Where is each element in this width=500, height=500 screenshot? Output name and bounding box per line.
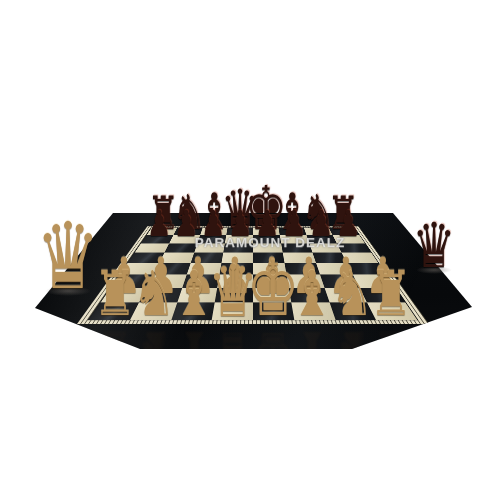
chess-set-product-photo: ♜♞♝♛♚♝♞♜ ♜♞♝♛♚♝♞♜♟♟♟♟♟♟♟♟♟♟♟♟♟♟♟♟♜♞♝♛♚♝♞… — [0, 0, 500, 500]
piece-black-pawn-a7: ♟ — [146, 206, 171, 242]
piece-white-rook-a1: ♜ — [93, 263, 136, 325]
piece-black-queen-spare-right: ♛ — [412, 215, 455, 277]
piece-white-knight-b1: ♞ — [133, 263, 176, 325]
pieces-layer: ♜♞♝♛♚♝♞♜♟♟♟♟♟♟♟♟♟♟♟♟♟♟♟♟♜♞♝♛♚♝♞♜♛♛ — [0, 0, 500, 500]
piece-white-bishop-f1: ♝ — [291, 263, 334, 325]
piece-white-queen-spare-left: ♛ — [36, 211, 100, 303]
piece-white-knight-g1: ♞ — [330, 263, 373, 325]
watermark: PARAMOUNT DEALZ — [195, 235, 346, 250]
piece-white-rook-h1: ♜ — [370, 263, 413, 325]
